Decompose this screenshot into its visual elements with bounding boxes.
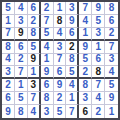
cell-r5c9[interactable]: 3 <box>105 54 118 67</box>
cell-r9c7[interactable]: 6 <box>79 105 92 118</box>
cell-r7c9[interactable]: 5 <box>105 79 118 92</box>
cell-r7c1[interactable]: 2 <box>2 79 15 92</box>
cell-r1c8[interactable]: 9 <box>92 2 105 15</box>
cell-r5c7[interactable]: 5 <box>79 54 92 67</box>
cell-r5c3[interactable]: 9 <box>28 54 41 67</box>
cell-r6c7[interactable]: 2 <box>79 66 92 79</box>
cell-r8c1[interactable]: 6 <box>2 92 15 105</box>
cell-r7c8[interactable]: 7 <box>92 79 105 92</box>
cell-r1c2[interactable]: 4 <box>15 2 28 15</box>
cell-r7c5[interactable]: 9 <box>54 79 67 92</box>
cell-r5c8[interactable]: 6 <box>92 54 105 67</box>
cell-r6c5[interactable]: 6 <box>54 66 67 79</box>
cell-r5c5[interactable]: 7 <box>54 54 67 67</box>
sudoku-board: 5462137981327894567985461328654329174291… <box>0 0 120 120</box>
cell-r8c9[interactable]: 9 <box>105 92 118 105</box>
cell-r3c8[interactable]: 3 <box>92 28 105 41</box>
cell-r5c2[interactable]: 2 <box>15 54 28 67</box>
cell-r5c6[interactable]: 8 <box>66 54 79 67</box>
cell-r2c3[interactable]: 2 <box>28 15 41 28</box>
cell-r2c7[interactable]: 4 <box>79 15 92 28</box>
cell-r7c4[interactable]: 6 <box>41 79 54 92</box>
cell-r7c3[interactable]: 3 <box>28 79 41 92</box>
cell-r2c2[interactable]: 3 <box>15 15 28 28</box>
cell-r7c6[interactable]: 4 <box>66 79 79 92</box>
cell-r4c5[interactable]: 3 <box>54 41 67 54</box>
cell-r4c8[interactable]: 1 <box>92 41 105 54</box>
cell-r5c4[interactable]: 1 <box>41 54 54 67</box>
cell-r3c5[interactable]: 4 <box>54 28 67 41</box>
cell-r8c8[interactable]: 4 <box>92 92 105 105</box>
cell-r4c9[interactable]: 7 <box>105 41 118 54</box>
cell-r1c5[interactable]: 1 <box>54 2 67 15</box>
cell-r4c7[interactable]: 9 <box>79 41 92 54</box>
cell-r8c2[interactable]: 5 <box>15 92 28 105</box>
cell-r1c6[interactable]: 3 <box>66 2 79 15</box>
cell-r3c3[interactable]: 8 <box>28 28 41 41</box>
cell-r2c6[interactable]: 9 <box>66 15 79 28</box>
cell-r9c9[interactable]: 1 <box>105 105 118 118</box>
cell-r8c5[interactable]: 2 <box>54 92 67 105</box>
cell-r9c1[interactable]: 9 <box>2 105 15 118</box>
cell-r7c7[interactable]: 8 <box>79 79 92 92</box>
cell-r6c1[interactable]: 3 <box>2 66 15 79</box>
cell-r6c4[interactable]: 9 <box>41 66 54 79</box>
cell-r3c2[interactable]: 9 <box>15 28 28 41</box>
cell-r3c4[interactable]: 5 <box>41 28 54 41</box>
cell-r4c3[interactable]: 5 <box>28 41 41 54</box>
cell-r6c3[interactable]: 1 <box>28 66 41 79</box>
cell-r1c4[interactable]: 2 <box>41 2 54 15</box>
cell-r3c9[interactable]: 2 <box>105 28 118 41</box>
cell-r1c9[interactable]: 8 <box>105 2 118 15</box>
cell-r9c3[interactable]: 4 <box>28 105 41 118</box>
cell-r2c1[interactable]: 1 <box>2 15 15 28</box>
cell-r3c1[interactable]: 7 <box>2 28 15 41</box>
cell-r4c1[interactable]: 8 <box>2 41 15 54</box>
cell-r4c6[interactable]: 2 <box>66 41 79 54</box>
cell-r8c4[interactable]: 8 <box>41 92 54 105</box>
cell-r9c8[interactable]: 2 <box>92 105 105 118</box>
cell-r9c6[interactable]: 7 <box>66 105 79 118</box>
cell-r1c3[interactable]: 6 <box>28 2 41 15</box>
cell-r8c3[interactable]: 7 <box>28 92 41 105</box>
cell-r9c5[interactable]: 5 <box>54 105 67 118</box>
cell-r4c4[interactable]: 4 <box>41 41 54 54</box>
cell-r5c1[interactable]: 4 <box>2 54 15 67</box>
cell-r6c9[interactable]: 4 <box>105 66 118 79</box>
cell-r2c5[interactable]: 8 <box>54 15 67 28</box>
cell-r6c2[interactable]: 7 <box>15 66 28 79</box>
cell-r2c9[interactable]: 6 <box>105 15 118 28</box>
cell-r3c7[interactable]: 1 <box>79 28 92 41</box>
cell-r6c8[interactable]: 8 <box>92 66 105 79</box>
cell-r7c2[interactable]: 1 <box>15 79 28 92</box>
cell-r8c7[interactable]: 3 <box>79 92 92 105</box>
cell-r8c6[interactable]: 1 <box>66 92 79 105</box>
cell-r2c8[interactable]: 5 <box>92 15 105 28</box>
cell-r1c1[interactable]: 5 <box>2 2 15 15</box>
cell-r9c2[interactable]: 8 <box>15 105 28 118</box>
cell-r4c2[interactable]: 6 <box>15 41 28 54</box>
cell-r1c7[interactable]: 7 <box>79 2 92 15</box>
cell-r2c4[interactable]: 7 <box>41 15 54 28</box>
cell-r3c6[interactable]: 6 <box>66 28 79 41</box>
cell-r9c4[interactable]: 3 <box>41 105 54 118</box>
cell-r6c6[interactable]: 5 <box>66 66 79 79</box>
